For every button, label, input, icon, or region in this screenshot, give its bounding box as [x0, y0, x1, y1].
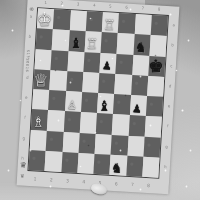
chess-piece-white-rook-2[interactable]: ♖	[85, 37, 98, 51]
square-f2[interactable]	[111, 134, 128, 155]
crown-icon-small: ♛	[20, 173, 25, 179]
chess-piece-white-pawn-1[interactable]: ♙	[67, 99, 78, 111]
square-d5[interactable]	[82, 72, 99, 93]
chess-piece-white-queen[interactable]: ♕	[33, 72, 48, 89]
coordinate-label: c	[167, 56, 175, 76]
square-b8[interactable]	[53, 9, 70, 30]
square-c2[interactable]	[62, 132, 79, 153]
square-e5[interactable]	[98, 73, 115, 94]
coordinate-label: b	[169, 36, 177, 56]
coordinate-label: e	[22, 88, 30, 108]
square-h8[interactable]	[150, 15, 167, 36]
square-d2[interactable]	[78, 132, 95, 153]
chess-piece-black-knight-1[interactable]: ♞	[134, 40, 147, 54]
coordinate-label: a	[27, 7, 35, 27]
square-h4[interactable]	[146, 96, 163, 117]
square-h3[interactable]	[144, 116, 161, 137]
square-a6[interactable]	[34, 49, 51, 70]
coordinate-label: 2	[43, 177, 59, 185]
coordinate-label: 8	[151, 6, 167, 14]
chess-piece-white-king[interactable]: ♔	[37, 11, 53, 28]
chess-piece-white-bishop[interactable]: ♗	[32, 115, 45, 129]
square-c8[interactable]	[69, 10, 86, 31]
square-g1[interactable]	[126, 156, 143, 177]
coordinate-label: c	[25, 47, 33, 67]
coordinate-label: 5	[102, 3, 118, 11]
square-c5[interactable]	[66, 71, 83, 92]
coordinate-label: h	[161, 157, 169, 177]
square-g6[interactable]	[132, 55, 149, 76]
coordinate-label: h	[19, 148, 27, 168]
coordinate-label: 3	[59, 178, 75, 186]
chess-piece-black-pawn-2[interactable]: ♟	[132, 103, 143, 115]
square-f6[interactable]	[116, 54, 133, 75]
coordinate-label: g	[163, 137, 171, 157]
coordinate-label: 4	[76, 179, 92, 187]
photo-of-chessboard: ® S1730016 ♛ ♛ 12345678 12345678 abcdefg…	[0, 0, 200, 200]
chess-piece-black-bishop-1[interactable]: ♝	[69, 36, 82, 50]
square-g3[interactable]	[128, 115, 145, 136]
square-c1[interactable]	[61, 152, 78, 173]
square-e7[interactable]	[101, 32, 118, 53]
square-g2[interactable]	[127, 135, 144, 156]
coordinate-label: e	[165, 96, 173, 116]
chess-piece-black-king[interactable]: ♚	[148, 58, 164, 75]
chess-piece-black-pawn-1[interactable]: ♟	[102, 61, 113, 73]
coordinate-label: 1	[37, 0, 53, 7]
square-a7[interactable]	[36, 29, 53, 50]
square-e1[interactable]	[93, 154, 110, 175]
square-a4[interactable]	[32, 89, 49, 110]
square-d8[interactable]	[86, 11, 103, 32]
photo-filter-layer: ® S1730016 ♛ ♛ 12345678 12345678 abcdefg…	[0, 0, 200, 200]
coordinate-label: d	[23, 67, 31, 87]
chess-piece-black-bishop-2[interactable]: ♝	[98, 99, 111, 113]
square-d1[interactable]	[77, 153, 94, 174]
coordinate-label: d	[166, 76, 174, 96]
square-d6[interactable]	[83, 52, 100, 73]
square-b4[interactable]	[48, 90, 65, 111]
dust-speckles-dark	[0, 0, 1, 1]
coordinate-label: 6	[118, 4, 134, 12]
square-b3[interactable]	[47, 110, 64, 131]
square-b2[interactable]	[46, 131, 63, 152]
square-b6[interactable]	[51, 50, 68, 71]
square-f5[interactable]	[114, 74, 131, 95]
square-f4[interactable]	[113, 94, 130, 115]
square-b5[interactable]	[50, 70, 67, 91]
chess-piece-black-knight-2[interactable]: ♞	[111, 160, 124, 174]
square-g5[interactable]	[131, 75, 148, 96]
square-e3[interactable]	[96, 113, 113, 134]
board-grid	[27, 7, 168, 179]
square-d4[interactable]	[81, 92, 98, 113]
square-h7[interactable]	[149, 35, 166, 56]
coordinate-label: f	[164, 116, 172, 136]
square-f8[interactable]	[118, 13, 135, 34]
coordinate-label: 8	[140, 183, 156, 191]
square-b1[interactable]	[45, 151, 62, 172]
square-h1[interactable]	[142, 157, 159, 178]
coordinate-label: 7	[124, 182, 140, 190]
square-g8[interactable]	[134, 14, 151, 35]
square-f7[interactable]	[117, 33, 134, 54]
coordinate-label: a	[170, 15, 178, 35]
coordinate-label: 6	[108, 181, 124, 189]
square-f3[interactable]	[112, 114, 129, 135]
square-c6[interactable]	[67, 51, 84, 72]
square-h2[interactable]	[143, 136, 160, 157]
chess-piece-white-rook-1[interactable]: ♖	[103, 18, 116, 32]
coordinate-label: 4	[86, 2, 102, 10]
square-a2[interactable]	[30, 130, 47, 151]
coordinate-label: g	[20, 128, 28, 148]
square-h5[interactable]	[147, 76, 164, 97]
chess-board-mat: ® S1730016 ♛ ♛ 12345678 12345678 abcdefg…	[17, 0, 180, 194]
coordinate-label: f	[21, 108, 29, 128]
coordinate-label: 2	[54, 0, 70, 8]
coordinate-label: 7	[135, 5, 151, 13]
coordinate-label: 3	[70, 1, 86, 9]
coordinate-label: b	[26, 27, 34, 47]
square-e2[interactable]	[95, 133, 112, 154]
square-d3[interactable]	[80, 112, 97, 133]
square-a1[interactable]	[28, 150, 45, 171]
coordinate-label: 1	[27, 176, 43, 184]
square-c3[interactable]	[63, 111, 80, 132]
square-b7[interactable]	[52, 29, 69, 50]
